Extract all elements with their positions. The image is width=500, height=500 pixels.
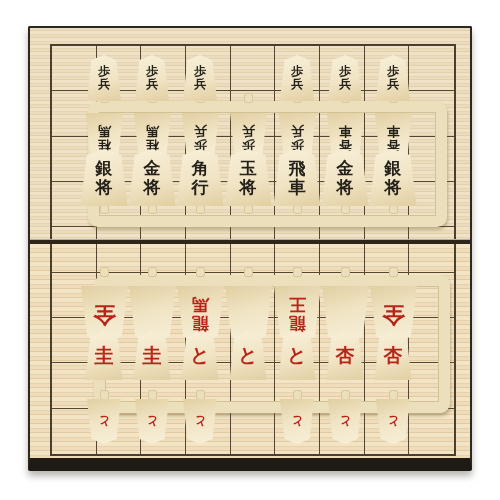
piece-kanji: 桂馬 bbox=[98, 124, 111, 152]
shogi-piece: 圭 bbox=[134, 331, 171, 380]
grid-cell bbox=[231, 409, 276, 454]
piece-kanji: 金将 bbox=[144, 159, 161, 195]
sprue-stub bbox=[341, 390, 350, 400]
shogi-piece: と bbox=[376, 399, 410, 444]
piece-kanji: 龍王 bbox=[289, 296, 306, 332]
shogi-piece: 金将 bbox=[129, 149, 176, 206]
shogi-piece: と bbox=[87, 399, 121, 444]
piece-kanji: 金将 bbox=[337, 159, 354, 195]
grid-cell bbox=[186, 227, 231, 272]
piece-kanji: 香車 bbox=[387, 124, 400, 152]
shogi-piece: と bbox=[135, 399, 169, 444]
sprue-stub bbox=[148, 390, 157, 400]
shogi-piece: 歩兵 bbox=[328, 55, 362, 101]
piece-kanji: 杏 bbox=[384, 345, 403, 365]
shogi-piece: 杏 bbox=[327, 331, 364, 380]
piece-kanji: 歩兵 bbox=[291, 124, 304, 152]
piece-kanji: と bbox=[190, 345, 209, 365]
shogi-piece: 杏 bbox=[375, 331, 412, 380]
sprue-stub bbox=[293, 390, 302, 400]
grid-cell bbox=[275, 227, 320, 272]
shogi-piece: と bbox=[182, 331, 219, 380]
piece-kanji: と bbox=[287, 345, 306, 365]
shogi-piece: 飛車 bbox=[274, 149, 321, 206]
piece-kanji: と bbox=[291, 415, 303, 428]
sprue-stub bbox=[341, 267, 350, 277]
piece-kanji: 歩兵 bbox=[194, 65, 206, 90]
grid-cell bbox=[409, 227, 454, 272]
piece-kanji: 歩兵 bbox=[387, 65, 399, 90]
sprue-stub bbox=[244, 267, 253, 277]
piece-kanji: 龍馬 bbox=[192, 296, 209, 332]
grid-cell bbox=[409, 409, 454, 454]
grid-cell bbox=[231, 46, 276, 91]
sprue-stub bbox=[389, 390, 398, 400]
piece-kanji: 圭 bbox=[143, 345, 162, 365]
shogi-piece: 歩兵 bbox=[87, 55, 121, 101]
sprue-stub bbox=[244, 93, 253, 103]
piece-kanji: と bbox=[146, 415, 158, 428]
shogi-piece: 歩兵 bbox=[376, 55, 410, 101]
piece-kanji: と bbox=[194, 415, 206, 428]
shogi-piece: 角行 bbox=[177, 149, 224, 206]
piece-kanji: 飛車 bbox=[289, 159, 306, 195]
shogi-piece: 歩兵 bbox=[135, 55, 169, 101]
sprue-stub bbox=[389, 267, 398, 277]
shogi-piece: と bbox=[280, 399, 314, 444]
piece-kanji: 杏 bbox=[336, 345, 355, 365]
board-fold-line bbox=[30, 239, 470, 244]
piece-kanji: 全 bbox=[382, 302, 405, 326]
piece-kanji: と bbox=[98, 415, 110, 428]
piece-kanji: 玉将 bbox=[240, 159, 257, 195]
grid-cell bbox=[409, 46, 454, 91]
shogi-piece: 歩兵 bbox=[280, 55, 314, 101]
shogi-piece: 玉将 bbox=[225, 149, 272, 206]
piece-kanji: 歩兵 bbox=[194, 124, 207, 152]
piece-kanji: 角行 bbox=[192, 159, 209, 195]
piece-kanji: 歩兵 bbox=[146, 65, 158, 90]
sprue-stub bbox=[148, 267, 157, 277]
piece-kanji: と bbox=[387, 415, 399, 428]
piece-kanji: と bbox=[238, 345, 257, 365]
piece-kanji: 香車 bbox=[339, 124, 352, 152]
shogi-piece: と bbox=[279, 331, 316, 380]
shogi-piece: 銀将 bbox=[81, 149, 128, 206]
grid-cell bbox=[141, 227, 186, 272]
grid-cell bbox=[231, 227, 276, 272]
piece-kanji: 歩兵 bbox=[291, 65, 303, 90]
shogi-piece: と bbox=[328, 399, 362, 444]
grid-cell bbox=[365, 227, 410, 272]
piece-kanji: 銀将 bbox=[385, 159, 402, 195]
shogi-piece: 金将 bbox=[322, 149, 369, 206]
sprue-stub bbox=[100, 390, 109, 400]
product-photo: 歩兵歩兵歩兵歩兵歩兵歩兵桂馬桂馬歩兵歩兵歩兵香車香車銀将金将角行玉将飛車金将銀将… bbox=[0, 0, 500, 500]
piece-kanji: 銀将 bbox=[96, 159, 113, 195]
piece-kanji: 歩兵 bbox=[339, 65, 351, 90]
grid-cell bbox=[320, 227, 365, 272]
shogi-board: 歩兵歩兵歩兵歩兵歩兵歩兵桂馬桂馬歩兵歩兵歩兵香車香車銀将金将角行玉将飛車金将銀将… bbox=[28, 26, 472, 471]
sprue-stub bbox=[196, 390, 205, 400]
piece-kanji: 全 bbox=[93, 302, 116, 326]
piece-kanji: 歩兵 bbox=[242, 124, 255, 152]
sprue-stub bbox=[293, 267, 302, 277]
shogi-piece: 圭 bbox=[86, 331, 123, 380]
sprue-stub bbox=[196, 267, 205, 277]
sprue-stub bbox=[100, 267, 109, 277]
shogi-piece: と bbox=[230, 331, 267, 380]
grid-cell bbox=[52, 227, 97, 272]
board-inner: 歩兵歩兵歩兵歩兵歩兵歩兵桂馬桂馬歩兵歩兵歩兵香車香車銀将金将角行玉将飛車金将銀将… bbox=[30, 28, 470, 458]
grid-cell bbox=[97, 227, 142, 272]
shogi-piece: 歩兵 bbox=[183, 55, 217, 101]
piece-kanji: 桂馬 bbox=[146, 124, 159, 152]
piece-kanji: 圭 bbox=[95, 345, 114, 365]
shogi-piece: と bbox=[183, 399, 217, 444]
piece-kanji: と bbox=[339, 415, 351, 428]
piece-kanji: 歩兵 bbox=[98, 65, 110, 90]
shogi-piece: 銀将 bbox=[370, 149, 417, 206]
